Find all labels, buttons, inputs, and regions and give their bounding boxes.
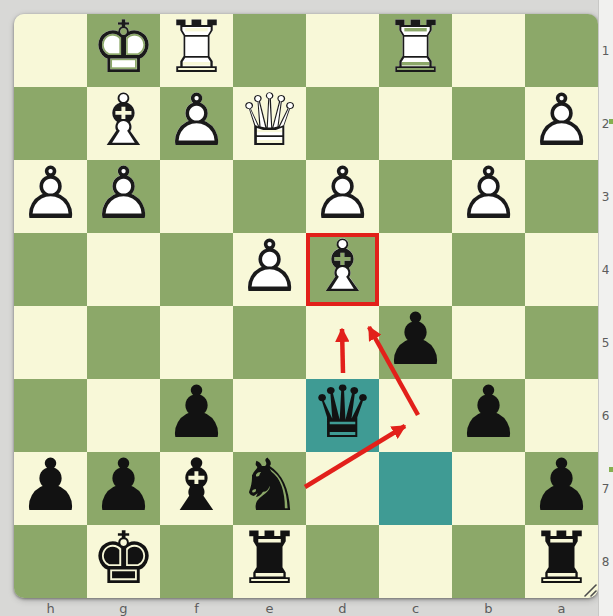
square-g6[interactable] [87,379,160,452]
square-f7[interactable]: ♝ [160,452,233,525]
square-e1[interactable] [233,14,306,87]
square-b1[interactable] [452,14,525,87]
white-pawn: ♟♙ [233,233,306,306]
square-h6[interactable] [14,379,87,452]
square-d4[interactable]: ♝♗ [306,233,379,306]
white-pawn: ♟♙ [525,87,598,160]
black-pawn: ♟ [452,379,525,452]
square-a6[interactable] [525,379,598,452]
square-b2[interactable] [452,87,525,160]
square-b7[interactable] [452,452,525,525]
white-queen: ♛♕ [233,87,306,160]
black-knight: ♞ [233,452,306,525]
square-a7[interactable]: ♟ [525,452,598,525]
square-h5[interactable] [14,306,87,379]
white-pawn: ♟♙ [160,87,233,160]
white-rook: ♜♖ [379,14,452,87]
square-h2[interactable] [14,87,87,160]
square-b5[interactable] [452,306,525,379]
rank-label-7: 7 [598,452,613,525]
white-pawn: ♟♙ [14,160,87,233]
square-f1[interactable]: ♜♖ [160,14,233,87]
white-rook: ♜♖ [160,14,233,87]
rank-labels: 1 2 3 4 5 6 7 8 [598,14,613,598]
square-b8[interactable] [452,525,525,598]
black-pawn: ♟ [525,452,598,525]
square-g4[interactable] [87,233,160,306]
square-c5[interactable]: ♟ [379,306,452,379]
square-c4[interactable] [379,233,452,306]
square-f4[interactable] [160,233,233,306]
square-d1[interactable] [306,14,379,87]
square-d2[interactable] [306,87,379,160]
square-e2[interactable]: ♛♕ [233,87,306,160]
rank-label-2: 2 [598,87,613,160]
rank-label-1: 1 [598,14,613,87]
square-e7[interactable]: ♞ [233,452,306,525]
black-pawn: ♟ [379,306,452,379]
rank-label-8: 8 [598,525,613,598]
square-g2[interactable]: ♝♗ [87,87,160,160]
black-queen: ♛ [306,379,379,452]
square-d3[interactable]: ♟♙ [306,160,379,233]
square-a3[interactable] [525,160,598,233]
square-d7[interactable] [306,452,379,525]
file-label-h: h [14,600,87,616]
black-king: ♚ [87,525,160,598]
square-a5[interactable] [525,306,598,379]
square-a1[interactable] [525,14,598,87]
file-label-e: e [233,600,306,616]
file-label-b: b [452,600,525,616]
rank-label-3: 3 [598,160,613,233]
rank-label-6: 6 [598,379,613,452]
square-c6[interactable] [379,379,452,452]
resize-handle-icon[interactable] [581,581,598,598]
square-h1[interactable] [14,14,87,87]
square-g1[interactable]: ♚♔ [87,14,160,87]
square-c1[interactable]: ♜♖ [379,14,452,87]
file-label-f: f [160,600,233,616]
square-f3[interactable] [160,160,233,233]
square-c8[interactable] [379,525,452,598]
file-label-g: g [87,600,160,616]
square-e3[interactable] [233,160,306,233]
black-pawn: ♟ [160,379,233,452]
file-label-a: a [525,600,598,616]
square-a2[interactable]: ♟♙ [525,87,598,160]
square-b3[interactable]: ♟♙ [452,160,525,233]
square-c7[interactable] [379,452,452,525]
square-e8[interactable]: ♜ [233,525,306,598]
square-d6[interactable]: ♛ [306,379,379,452]
square-g5[interactable] [87,306,160,379]
square-h4[interactable] [14,233,87,306]
square-d8[interactable] [306,525,379,598]
page: ♚♔♜♖♜♖♝♗♟♙♛♕♟♙♟♙♟♙♟♙♟♙♟♙♝♗♟♟♛♟♟♟♝♞♟♚♜♜ 1… [0,0,613,616]
square-a4[interactable] [525,233,598,306]
square-g3[interactable]: ♟♙ [87,160,160,233]
square-b4[interactable] [452,233,525,306]
square-g7[interactable]: ♟ [87,452,160,525]
square-g8[interactable]: ♚ [87,525,160,598]
file-label-d: d [306,600,379,616]
square-e6[interactable] [233,379,306,452]
square-h7[interactable]: ♟ [14,452,87,525]
white-bishop: ♝♗ [87,87,160,160]
file-labels: h g f e d c b a [14,600,598,616]
chess-board: ♚♔♜♖♜♖♝♗♟♙♛♕♟♙♟♙♟♙♟♙♟♙♟♙♝♗♟♟♛♟♟♟♝♞♟♚♜♜ [14,14,598,598]
square-f5[interactable] [160,306,233,379]
square-h8[interactable] [14,525,87,598]
white-pawn: ♟♙ [87,160,160,233]
square-c2[interactable] [379,87,452,160]
black-pawn: ♟ [87,452,160,525]
rank-label-5: 5 [598,306,613,379]
square-f2[interactable]: ♟♙ [160,87,233,160]
square-e5[interactable] [233,306,306,379]
square-f8[interactable] [160,525,233,598]
black-rook: ♜ [233,525,306,598]
black-bishop: ♝ [160,452,233,525]
square-b6[interactable]: ♟ [452,379,525,452]
white-pawn: ♟♙ [306,160,379,233]
white-bishop: ♝♗ [310,237,375,302]
rank-label-4: 4 [598,233,613,306]
square-c3[interactable] [379,160,452,233]
square-f6[interactable]: ♟ [160,379,233,452]
white-king: ♚♔ [87,14,160,87]
square-h3[interactable]: ♟♙ [14,160,87,233]
square-d5[interactable] [306,306,379,379]
square-e4[interactable]: ♟♙ [233,233,306,306]
white-pawn: ♟♙ [452,160,525,233]
black-pawn: ♟ [14,452,87,525]
file-label-c: c [379,600,452,616]
